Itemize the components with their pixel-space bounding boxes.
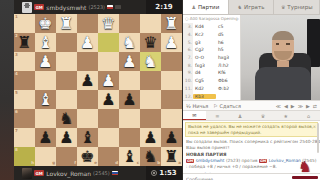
vs-name-1[interactable]: smbdysmwht: [196, 158, 225, 163]
piece-black-pawn[interactable]: ♟: [119, 90, 140, 109]
file-label: h: [31, 161, 34, 165]
move-white[interactable]: Сg5: [193, 78, 216, 83]
square-a7[interactable]: ♟: [161, 128, 182, 147]
streamer-eyes: [276, 43, 290, 45]
piece-white-king[interactable]: ♚: [35, 14, 56, 33]
move-row: 11.Кd2Ф:b2: [183, 85, 240, 93]
chat-tab-icon-2[interactable]: ♟: [229, 111, 252, 120]
square-g2[interactable]: ♝: [35, 33, 56, 52]
move-number: 11.: [183, 85, 193, 93]
game-toolbar: ½ Ничья ⚐ Сдаться ≪◀▶≫▶⇄: [183, 100, 320, 111]
nav-button[interactable]: ⇄: [313, 103, 317, 109]
square-g3[interactable]: ♟: [35, 52, 56, 71]
rank-label: 8: [15, 148, 18, 152]
move-row: 5.g3h6: [183, 38, 240, 46]
move-number: 3.: [183, 23, 193, 31]
square-g6[interactable]: [35, 109, 56, 128]
square-g7[interactable]: ♟: [35, 128, 56, 147]
square-e1[interactable]: [77, 14, 98, 33]
logo-ribbon: [292, 176, 318, 179]
square-d8[interactable]: d: [98, 147, 119, 166]
settings-gear-icon[interactable]: [151, 170, 157, 176]
chat-tab-icon-1[interactable]: ≡: [206, 111, 229, 120]
move-number: 4.: [183, 31, 193, 39]
square-h4[interactable]: 4: [14, 71, 35, 90]
piece-white-rook[interactable]: ♜: [56, 14, 77, 33]
rank-label: 3: [15, 53, 18, 57]
move-row: 12.Кb3: [183, 92, 240, 100]
piece-black-pawn[interactable]: ♟: [161, 128, 182, 147]
move-white[interactable]: d4: [193, 70, 216, 75]
tab-Турниры[interactable]: ♛Турниры: [274, 0, 320, 14]
square-c2[interactable]: ♞: [119, 33, 140, 52]
top-player-rating: (2523): [88, 4, 105, 10]
resign-button[interactable]: ⚐ Сдаться: [213, 103, 241, 109]
square-f1[interactable]: ♜: [56, 14, 77, 33]
middle-row: ○ A00 Saragossa Opening: 1. c3 3.Кd4c54.…: [183, 15, 320, 100]
piece-black-knight[interactable]: ♞: [140, 147, 161, 166]
piece-black-rook[interactable]: ♜: [14, 33, 35, 52]
chat-tab-icon-0[interactable]: ✉: [183, 111, 206, 120]
move-black[interactable]: Л:h2: [216, 63, 239, 68]
square-b2[interactable]: ♛: [140, 33, 161, 52]
move-black[interactable]: h5: [216, 47, 239, 52]
square-a4[interactable]: [161, 71, 182, 90]
square-h6[interactable]: 6: [14, 109, 35, 128]
top-player-title-badge: GM: [34, 4, 44, 10]
square-h5[interactable]: 5: [14, 90, 35, 109]
move-row: 9.d4Кf6: [183, 69, 240, 77]
move-nav-buttons[interactable]: ≪◀▶≫▶⇄: [276, 103, 317, 109]
move-row: 8.fxg3Л:h2: [183, 61, 240, 69]
chat-tab-icon-3[interactable]: ♛: [251, 111, 274, 120]
top-player-avatar: [22, 2, 32, 13]
square-f5[interactable]: [56, 90, 77, 109]
move-row: 7.O-Ohxg3: [183, 54, 240, 62]
move-row: 6.Сg2h5: [183, 46, 240, 54]
bottom-player-title-badge: GM: [34, 170, 44, 176]
lichess-stream-page: GM smbdysmwht (2523) 2:19 1♚♜♛♜2♜♝♟♞♛♟3♟…: [0, 0, 320, 180]
opening-name: ○ A00 Saragossa Opening: 1. c3: [183, 15, 240, 23]
square-d5[interactable]: ♟: [98, 90, 119, 109]
square-e3[interactable]: [77, 52, 98, 71]
piece-white-rook[interactable]: ♜: [161, 14, 182, 33]
square-d7[interactable]: [98, 128, 119, 147]
tab-icon: ♛: [281, 4, 285, 10]
move-number: 12.: [183, 92, 193, 100]
square-d4[interactable]: ♟: [98, 71, 119, 90]
draw-button[interactable]: ½ Ничья: [186, 103, 208, 109]
chat-tab-icon-5[interactable]: ⌂: [297, 111, 320, 120]
chat-tab-icon-4[interactable]: ★: [274, 111, 297, 120]
square-c7[interactable]: [119, 128, 140, 147]
move-white[interactable]: g3: [193, 40, 216, 45]
notice-close-icon[interactable]: ×: [313, 124, 316, 130]
file-label: g: [52, 161, 55, 165]
move-number: 6.: [183, 46, 193, 54]
move-white[interactable]: Кd2: [193, 86, 216, 91]
bottom-player-rating: (2545): [93, 170, 110, 176]
square-f2[interactable]: [56, 33, 77, 52]
nav-button[interactable]: ≪: [276, 103, 281, 109]
square-f4[interactable]: [56, 71, 77, 90]
square-d6[interactable]: [98, 109, 119, 128]
piece-white-bishop[interactable]: ♝: [35, 33, 56, 52]
square-e7[interactable]: ♝: [77, 128, 98, 147]
move-white[interactable]: Кb3: [193, 94, 216, 99]
rank-label: 5: [15, 91, 18, 95]
move-black[interactable]: Фb6: [216, 78, 239, 83]
top-player-flag-icon: [107, 5, 113, 9]
square-b1[interactable]: [140, 14, 161, 33]
square-b5[interactable]: [140, 90, 161, 109]
chat-input-row: ♞: [183, 173, 320, 180]
move-number: 7.: [183, 54, 193, 62]
piece-white-pawn[interactable]: ♟: [98, 71, 119, 90]
move-number: 8.: [183, 61, 193, 69]
square-h8[interactable]: 8h: [14, 147, 35, 166]
file-label: f: [74, 161, 76, 165]
rank-label: 6: [15, 110, 18, 114]
square-f3[interactable]: [56, 52, 77, 71]
square-g4[interactable]: [35, 71, 56, 90]
rank-label: 1: [15, 15, 18, 19]
vs-tail-text: : победа +8 / ничья +0 / поражение −8.: [186, 164, 277, 169]
square-e5[interactable]: [77, 90, 98, 109]
square-b3[interactable]: ♞: [140, 52, 161, 71]
square-a1[interactable]: ♜: [161, 14, 182, 33]
top-player-clock: 2:19: [146, 0, 182, 14]
piece-black-queen[interactable]: ♛: [140, 33, 161, 52]
chat-scrollbar[interactable]: [317, 123, 319, 153]
piece-white-queen[interactable]: ♛: [98, 14, 119, 33]
square-b6[interactable]: [140, 109, 161, 128]
webcam-feed: [241, 15, 320, 100]
piece-white-pawn[interactable]: ♟: [119, 52, 140, 71]
square-h3[interactable]: 3: [14, 52, 35, 71]
file-label: d: [115, 161, 118, 165]
nav-button[interactable]: ▶: [291, 103, 295, 109]
square-a3[interactable]: [161, 52, 182, 71]
tab-Играть[interactable]: ♞Играть: [229, 0, 275, 14]
rank-label: 7: [15, 129, 18, 133]
square-g5[interactable]: ♝: [35, 90, 56, 109]
move-white[interactable]: fxg3: [193, 63, 216, 68]
square-a6[interactable]: [161, 109, 182, 128]
rank-label: 4: [15, 72, 18, 76]
square-g1[interactable]: ♚: [35, 14, 56, 33]
move-list[interactable]: ○ A00 Saragossa Opening: 1. c3 3.Кd4c54.…: [183, 15, 241, 100]
streamer-torso: [255, 67, 311, 100]
move-number: 10.: [183, 77, 193, 85]
square-h7[interactable]: 7: [14, 128, 35, 147]
bottom-player-avatar: [22, 168, 32, 179]
square-g8[interactable]: g: [35, 147, 56, 166]
square-d2[interactable]: [98, 33, 119, 52]
left-dark-strip: [0, 0, 14, 180]
chat-message-challenge-created: Вы создали вызов. Поиск соперника с рейт…: [183, 138, 320, 144]
piece-black-pawn[interactable]: ♟: [140, 128, 161, 147]
square-c5[interactable]: ♟: [119, 90, 140, 109]
move-white[interactable]: Кd4: [193, 24, 216, 29]
move-row: 3.Кd4c5: [183, 23, 240, 31]
vs-badge-2: GM: [259, 159, 267, 163]
right-panel: ♟Партии♞Играть♛Турниры ○ A00 Saragossa O…: [183, 0, 320, 180]
logo-knight-icon: ♞: [298, 158, 311, 176]
piece-black-bishop[interactable]: ♝: [119, 147, 140, 166]
piece-white-bishop[interactable]: ♝: [35, 90, 56, 109]
move-black[interactable]: hxg3: [216, 55, 239, 60]
bottom-player-name[interactable]: Lovkov_Roman: [46, 170, 91, 177]
square-b7[interactable]: ♟: [140, 128, 161, 147]
square-h2[interactable]: 2♜: [14, 33, 35, 52]
nav-button[interactable]: ▶: [306, 103, 310, 109]
piece-black-pawn[interactable]: ♟: [77, 71, 98, 90]
chat-tab-strip: ✉≡♟♛★⌂: [183, 111, 320, 121]
tab-icon: ♟: [191, 4, 195, 10]
site-tabs: ♟Партии♞Играть♛Турниры: [183, 0, 320, 15]
square-e8[interactable]: e♚: [77, 147, 98, 166]
move-black[interactable]: c5: [216, 24, 239, 29]
piece-black-knight[interactable]: ♞: [56, 109, 77, 128]
square-a5[interactable]: [161, 90, 182, 109]
square-f6[interactable]: ♞: [56, 109, 77, 128]
square-e4[interactable]: ♟: [77, 71, 98, 90]
piece-white-knight[interactable]: ♞: [140, 52, 161, 71]
move-black[interactable]: h6: [216, 40, 239, 45]
bottom-player-flag-icon: [112, 171, 118, 175]
piece-white-knight[interactable]: ♞: [119, 33, 140, 52]
piece-black-bishop[interactable]: ♝: [77, 128, 98, 147]
chat-message-input[interactable]: [183, 177, 289, 180]
chess-board[interactable]: 1♚♜♛♜2♜♝♟♞♛♟3♟♟♞4♟♟5♝♟♟6♞7♟♟♝♟♟8hgfe♚dc♝…: [14, 14, 182, 166]
link-arrow-icon: ▸: [186, 172, 188, 173]
vs-rating-1: (2523): [226, 158, 240, 163]
square-e6[interactable]: [77, 109, 98, 128]
square-c1[interactable]: [119, 14, 140, 33]
square-c4[interactable]: [119, 71, 140, 90]
piece-white-pawn[interactable]: ♟: [77, 33, 98, 52]
square-c3[interactable]: ♟: [119, 52, 140, 71]
move-black[interactable]: Кf6: [216, 70, 239, 75]
challenge-failed-notice: Вызов не удался. Вы не можете создать вт…: [185, 122, 318, 137]
piece-black-pawn[interactable]: ♟: [98, 90, 119, 109]
square-c6[interactable]: [119, 109, 140, 128]
bottom-player-clock: 1:53: [146, 166, 182, 180]
piece-white-pawn[interactable]: ♟: [161, 33, 182, 52]
square-d1[interactable]: ♛: [98, 14, 119, 33]
tab-icon: ♞: [238, 4, 242, 10]
nav-button[interactable]: ◀: [284, 103, 288, 109]
square-c8[interactable]: c♝: [119, 147, 140, 166]
square-f7[interactable]: ♟: [56, 128, 77, 147]
square-d3[interactable]: [98, 52, 119, 71]
piece-black-king[interactable]: ♚: [77, 147, 98, 166]
square-e2[interactable]: ♟: [77, 33, 98, 52]
move-white[interactable]: Кc2: [193, 32, 216, 37]
vs-mid-text: против: [242, 158, 258, 163]
square-f8[interactable]: f: [56, 147, 77, 166]
piece-black-pawn[interactable]: ♟: [56, 128, 77, 147]
piece-black-pawn[interactable]: ♟: [35, 128, 56, 147]
streamer-hair: [272, 31, 294, 40]
move-number: 9.: [183, 69, 193, 77]
square-a8[interactable]: a♜: [161, 147, 182, 166]
move-white[interactable]: O-O: [193, 55, 216, 60]
move-row: 4.Кc2d5: [183, 31, 240, 39]
square-h1[interactable]: 1: [14, 14, 35, 33]
top-player-bar: GM smbdysmwht (2523) 2:19: [14, 0, 182, 14]
move-white[interactable]: Сg2: [193, 47, 216, 52]
bottom-player-bar: GM Lovkov_Roman (2545) 1:53: [14, 166, 182, 180]
move-row: 10.Сg5Фb6: [183, 77, 240, 85]
move-black[interactable]: Ф:b2: [216, 86, 239, 91]
tab-Партии[interactable]: ♟Партии: [183, 0, 229, 14]
move-black[interactable]: d5: [216, 32, 239, 37]
piece-white-pawn[interactable]: ♟: [35, 52, 56, 71]
nav-button[interactable]: ≫: [298, 103, 303, 109]
square-b8[interactable]: b♞: [140, 147, 161, 166]
top-player-extra-icon: [115, 5, 121, 9]
top-player-name[interactable]: smbdysmwht: [46, 4, 86, 11]
streamer-logo: ♞: [292, 157, 318, 179]
piece-black-rook[interactable]: ♜: [161, 147, 182, 166]
square-a2[interactable]: ♟: [161, 33, 182, 52]
move-number: 5.: [183, 38, 193, 46]
square-b4[interactable]: [140, 71, 161, 90]
vs-badge-1: GM: [186, 159, 194, 163]
